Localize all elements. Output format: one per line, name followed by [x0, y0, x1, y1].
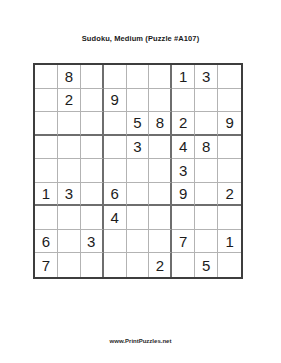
cell-r8c3: 3	[81, 230, 104, 254]
cell-r5c7: 3	[172, 159, 195, 183]
cell-r1c3	[81, 65, 104, 89]
cell-r1c8: 3	[195, 65, 218, 89]
cell-r3c7: 2	[172, 112, 195, 136]
cell-r8c8	[195, 230, 218, 254]
cell-r3c2	[58, 112, 81, 136]
cell-r5c3	[81, 159, 104, 183]
cell-r4c2	[58, 136, 81, 160]
cell-r3c4	[104, 112, 127, 136]
cell-r9c9	[218, 253, 241, 277]
cell-r4c4	[104, 136, 127, 160]
cell-r5c9	[218, 159, 241, 183]
cell-r7c8	[195, 206, 218, 230]
cell-r6c2: 3	[58, 183, 81, 207]
cell-r4c9	[218, 136, 241, 160]
cell-r6c8	[195, 183, 218, 207]
cell-r4c1	[35, 136, 58, 160]
cell-r5c8	[195, 159, 218, 183]
cell-r1c1	[35, 65, 58, 89]
cell-r5c4	[104, 159, 127, 183]
cell-r3c5: 5	[127, 112, 150, 136]
cell-r9c2	[58, 253, 81, 277]
cell-r2c9	[218, 89, 241, 113]
cell-r8c4	[104, 230, 127, 254]
sudoku-board: 81329582934831369246371725	[33, 63, 243, 279]
cell-r7c3	[81, 206, 104, 230]
cell-r1c7: 1	[172, 65, 195, 89]
cell-r2c7	[172, 89, 195, 113]
cell-r3c9: 9	[218, 112, 241, 136]
footer-site-text: www.PrintPuzzles.net	[0, 338, 281, 344]
cell-r6c5	[127, 183, 150, 207]
puzzle-page: Sudoku, Medium (Puzzle #A107) 8132958293…	[0, 0, 281, 363]
cell-r7c9	[218, 206, 241, 230]
cell-r4c7: 4	[172, 136, 195, 160]
cell-r9c8: 5	[195, 253, 218, 277]
cell-r6c3	[81, 183, 104, 207]
cell-r5c1	[35, 159, 58, 183]
page-title: Sudoku, Medium (Puzzle #A107)	[0, 34, 281, 43]
cell-r2c2: 2	[58, 89, 81, 113]
cell-r1c2: 8	[58, 65, 81, 89]
cell-r6c4: 6	[104, 183, 127, 207]
cell-r6c1: 1	[35, 183, 58, 207]
cell-r2c5	[127, 89, 150, 113]
cell-r6c9: 2	[218, 183, 241, 207]
cell-r1c6	[149, 65, 172, 89]
cell-r9c5	[127, 253, 150, 277]
cell-r2c8	[195, 89, 218, 113]
cell-r5c2	[58, 159, 81, 183]
cell-r2c1	[35, 89, 58, 113]
cell-r8c2	[58, 230, 81, 254]
cell-r9c7	[172, 253, 195, 277]
cell-r8c1: 6	[35, 230, 58, 254]
cell-r7c2	[58, 206, 81, 230]
cell-r7c5	[127, 206, 150, 230]
cell-r3c8	[195, 112, 218, 136]
cell-r5c6	[149, 159, 172, 183]
cell-r8c9: 1	[218, 230, 241, 254]
cell-r6c6	[149, 183, 172, 207]
cell-r4c8: 8	[195, 136, 218, 160]
cell-r9c4	[104, 253, 127, 277]
cell-r6c7: 9	[172, 183, 195, 207]
cell-r3c3	[81, 112, 104, 136]
cell-r4c5: 3	[127, 136, 150, 160]
cell-r7c4: 4	[104, 206, 127, 230]
cell-r5c5	[127, 159, 150, 183]
cell-r4c3	[81, 136, 104, 160]
cell-r2c4: 9	[104, 89, 127, 113]
cell-r8c5	[127, 230, 150, 254]
cell-r9c6: 2	[149, 253, 172, 277]
cell-r1c5	[127, 65, 150, 89]
cell-r7c1	[35, 206, 58, 230]
cell-r7c7	[172, 206, 195, 230]
cell-r3c6: 8	[149, 112, 172, 136]
cell-r3c1	[35, 112, 58, 136]
cell-r8c7: 7	[172, 230, 195, 254]
cell-r2c3	[81, 89, 104, 113]
cell-r9c1: 7	[35, 253, 58, 277]
cell-r2c6	[149, 89, 172, 113]
cell-r8c6	[149, 230, 172, 254]
cell-r9c3	[81, 253, 104, 277]
cell-r4c6	[149, 136, 172, 160]
cell-r1c9	[218, 65, 241, 89]
cell-r1c4	[104, 65, 127, 89]
cell-r7c6	[149, 206, 172, 230]
